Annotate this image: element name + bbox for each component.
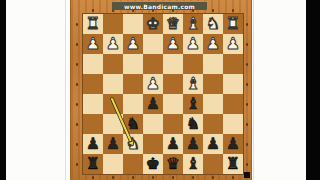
- square-h2[interactable]: ♟: [83, 34, 103, 54]
- square-e1[interactable]: ♚: [143, 14, 163, 34]
- rank-label-1: [76, 23, 78, 26]
- bandicam-watermark: www.Bandicam.com: [112, 1, 207, 10]
- square-h1[interactable]: ♜: [83, 14, 103, 34]
- rank-label-2: [246, 43, 248, 46]
- square-f6[interactable]: ♞: [123, 114, 143, 134]
- rank-label-8: [76, 163, 78, 166]
- square-b3[interactable]: [203, 54, 223, 74]
- white-pawn-f2[interactable]: ♟: [126, 34, 140, 54]
- black-rook-h8[interactable]: ♜: [86, 154, 100, 174]
- square-g5[interactable]: [103, 94, 123, 114]
- file-label-a: [232, 9, 234, 12]
- square-a1[interactable]: ♜: [223, 14, 243, 34]
- square-c6[interactable]: ♞: [183, 114, 203, 134]
- square-f3[interactable]: [123, 54, 143, 74]
- board: ♜♚♛♝♞♜♟♟♟♟♟♟♟♟♝♟♝♞♞♟♟♞♟♟♟♟♜♚♛♝♜: [83, 14, 243, 174]
- file-label-f: [132, 176, 134, 179]
- corner-dot: [244, 172, 250, 178]
- square-h8[interactable]: ♜: [83, 154, 103, 174]
- file-label-h: [92, 9, 94, 12]
- square-a8[interactable]: ♜: [223, 154, 243, 174]
- square-e4[interactable]: ♟: [143, 74, 163, 94]
- rank-label-3: [246, 63, 248, 66]
- square-h6[interactable]: [83, 114, 103, 134]
- black-pawn-b7[interactable]: ♟: [206, 134, 220, 154]
- square-h3[interactable]: [83, 54, 103, 74]
- white-king-e1[interactable]: ♚: [146, 14, 160, 34]
- file-label-g: [112, 176, 114, 179]
- square-d8[interactable]: ♛: [163, 154, 183, 174]
- square-d7[interactable]: ♟: [163, 134, 183, 154]
- white-pawn-b2[interactable]: ♟: [206, 34, 220, 54]
- white-pawn-h2[interactable]: ♟: [86, 34, 100, 54]
- square-b6[interactable]: [203, 114, 223, 134]
- rank-label-7: [76, 143, 78, 146]
- square-a2[interactable]: ♟: [223, 34, 243, 54]
- square-c2[interactable]: ♟: [183, 34, 203, 54]
- square-d2[interactable]: ♟: [163, 34, 183, 54]
- file-label-a: [232, 176, 234, 179]
- file-label-h: [92, 176, 94, 179]
- rank-label-5: [246, 103, 248, 106]
- square-e3[interactable]: [143, 54, 163, 74]
- rank-label-4: [76, 83, 78, 86]
- white-bishop-c4[interactable]: ♝: [186, 74, 200, 94]
- letterbox-left: [0, 0, 6, 180]
- rank-label-7: [246, 143, 248, 146]
- square-g2[interactable]: ♟: [103, 34, 123, 54]
- square-e2[interactable]: [143, 34, 163, 54]
- letterbox-right: [306, 0, 320, 180]
- square-g6[interactable]: [103, 114, 123, 134]
- window-edge-right: [253, 0, 254, 180]
- square-c8[interactable]: ♝: [183, 154, 203, 174]
- white-pawn-e4[interactable]: ♟: [146, 74, 160, 94]
- square-b7[interactable]: ♟: [203, 134, 223, 154]
- square-a5[interactable]: [223, 94, 243, 114]
- square-c5[interactable]: ♝: [183, 94, 203, 114]
- white-knight-f7[interactable]: ♞: [126, 134, 140, 154]
- file-label-b: [212, 9, 214, 12]
- square-f2[interactable]: ♟: [123, 34, 143, 54]
- square-a3[interactable]: [223, 54, 243, 74]
- square-e7[interactable]: [143, 134, 163, 154]
- square-a6[interactable]: [223, 114, 243, 134]
- square-d1[interactable]: ♛: [163, 14, 183, 34]
- square-c3[interactable]: [183, 54, 203, 74]
- black-pawn-g7[interactable]: ♟: [106, 134, 120, 154]
- square-a4[interactable]: [223, 74, 243, 94]
- screen: ♜♚♛♝♞♜♟♟♟♟♟♟♟♟♝♟♝♞♞♟♟♞♟♟♟♟♜♚♛♝♜ www.Band…: [0, 0, 320, 180]
- square-h4[interactable]: [83, 74, 103, 94]
- square-b8[interactable]: [203, 154, 223, 174]
- square-g3[interactable]: [103, 54, 123, 74]
- square-g7[interactable]: ♟: [103, 134, 123, 154]
- black-pawn-c7[interactable]: ♟: [186, 134, 200, 154]
- rank-label-3: [76, 63, 78, 66]
- black-pawn-h7[interactable]: ♟: [86, 134, 100, 154]
- square-c7[interactable]: ♟: [183, 134, 203, 154]
- file-label-e: [152, 176, 154, 179]
- bandicam-watermark-text: www.Bandicam.com: [124, 3, 195, 10]
- square-b4[interactable]: [203, 74, 223, 94]
- square-c1[interactable]: ♝: [183, 14, 203, 34]
- file-label-b: [212, 176, 214, 179]
- white-pawn-a2[interactable]: ♟: [226, 34, 240, 54]
- square-d4[interactable]: [163, 74, 183, 94]
- black-pawn-d7[interactable]: ♟: [166, 134, 180, 154]
- black-knight-c6[interactable]: ♞: [186, 114, 200, 134]
- rank-label-1: [246, 23, 248, 26]
- white-bishop-c1[interactable]: ♝: [186, 14, 200, 34]
- white-pawn-c2[interactable]: ♟: [186, 34, 200, 54]
- square-h7[interactable]: ♟: [83, 134, 103, 154]
- rank-label-2: [76, 43, 78, 46]
- black-rook-a8[interactable]: ♜: [226, 154, 240, 174]
- square-b1[interactable]: ♞: [203, 14, 223, 34]
- file-label-d: [172, 176, 174, 179]
- black-knight-f6[interactable]: ♞: [126, 114, 140, 134]
- file-label-c: [192, 176, 194, 179]
- black-queen-d8[interactable]: ♛: [166, 154, 180, 174]
- rank-label-6: [76, 123, 78, 126]
- window-edge-left: [65, 0, 66, 180]
- square-d5[interactable]: [163, 94, 183, 114]
- black-bishop-c5[interactable]: ♝: [186, 94, 200, 114]
- square-e8[interactable]: ♚: [143, 154, 163, 174]
- square-g8[interactable]: [103, 154, 123, 174]
- square-g1[interactable]: [103, 14, 123, 34]
- white-pawn-d2[interactable]: ♟: [166, 34, 180, 54]
- rank-label-6: [246, 123, 248, 126]
- square-f8[interactable]: [123, 154, 143, 174]
- white-rook-h1[interactable]: ♜: [86, 14, 100, 34]
- square-b5[interactable]: [203, 94, 223, 114]
- square-f7[interactable]: ♞: [123, 134, 143, 154]
- square-f1[interactable]: [123, 14, 143, 34]
- rank-label-4: [246, 83, 248, 86]
- square-d3[interactable]: [163, 54, 183, 74]
- square-h5[interactable]: [83, 94, 103, 114]
- square-d6[interactable]: [163, 114, 183, 134]
- white-queen-d1[interactable]: ♛: [166, 14, 180, 34]
- black-pawn-a7[interactable]: ♟: [226, 134, 240, 154]
- square-e5[interactable]: ♟: [143, 94, 163, 114]
- white-rook-a1[interactable]: ♜: [226, 14, 240, 34]
- black-bishop-c8[interactable]: ♝: [186, 154, 200, 174]
- white-pawn-g2[interactable]: ♟: [106, 34, 120, 54]
- square-c4[interactable]: ♝: [183, 74, 203, 94]
- square-e6[interactable]: [143, 114, 163, 134]
- square-g4[interactable]: [103, 74, 123, 94]
- square-f4[interactable]: [123, 74, 143, 94]
- black-king-e8[interactable]: ♚: [146, 154, 160, 174]
- white-knight-b1[interactable]: ♞: [206, 14, 220, 34]
- black-pawn-e5[interactable]: ♟: [146, 94, 160, 114]
- square-f5[interactable]: [123, 94, 143, 114]
- square-b2[interactable]: ♟: [203, 34, 223, 54]
- rank-label-8: [246, 163, 248, 166]
- rank-label-5: [76, 103, 78, 106]
- square-a7[interactable]: ♟: [223, 134, 243, 154]
